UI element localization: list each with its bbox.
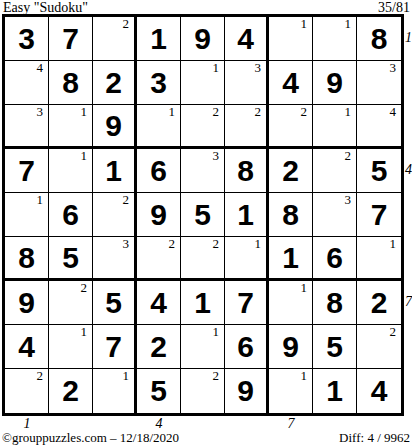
cell-r9c6[interactable]: 9 — [225, 369, 269, 413]
cell-r3c5[interactable]: 2 — [181, 105, 225, 149]
cell-r1c3[interactable]: 2 — [93, 17, 137, 61]
cell-r2c3[interactable]: 2 — [93, 61, 137, 105]
corner-mark: 2 — [213, 105, 220, 119]
corner-mark: 2 — [301, 105, 308, 119]
cell-r4c9[interactable]: 5 — [357, 149, 401, 193]
cell-value: 1 — [137, 17, 180, 60]
sudoku-board: 3721941184823134933191222147116382251629… — [2, 14, 404, 416]
corner-mark: 2 — [390, 325, 397, 339]
corner-mark: 1 — [81, 325, 88, 339]
cell-r4c8[interactable]: 2 — [313, 149, 357, 193]
cell-value: 3 — [137, 61, 180, 104]
cell-r6c3[interactable]: 3 — [93, 237, 137, 281]
row-label-7: 7 — [405, 295, 412, 309]
cell-value: 4 — [269, 61, 312, 104]
cell-value: 5 — [49, 237, 92, 278]
cell-r6c9[interactable]: 1 — [357, 237, 401, 281]
cell-value: 3 — [5, 17, 48, 60]
cell-r8c5[interactable]: 1 — [181, 325, 225, 369]
cell-r5c5[interactable]: 5 — [181, 193, 225, 237]
cell-value: 9 — [269, 325, 312, 368]
cell-r5c2[interactable]: 6 — [49, 193, 93, 237]
cell-r7c4[interactable]: 4 — [137, 281, 181, 325]
cell-value: 8 — [225, 149, 266, 192]
corner-mark: 1 — [345, 105, 352, 119]
cell-r5c7[interactable]: 8 — [269, 193, 313, 237]
corner-mark: 2 — [81, 281, 88, 295]
cell-value: 2 — [269, 149, 312, 192]
col-label-4: 4 — [156, 417, 163, 431]
cell-r7c2[interactable]: 2 — [49, 281, 93, 325]
corner-mark: 2 — [169, 237, 176, 251]
corner-mark: 3 — [123, 237, 130, 251]
corner-mark: 1 — [213, 61, 220, 75]
cell-value: 2 — [49, 369, 92, 413]
cell-value: 4 — [357, 369, 401, 413]
cell-r4c7[interactable]: 2 — [269, 149, 313, 193]
cell-r2c4[interactable]: 3 — [137, 61, 181, 105]
cell-value: 8 — [269, 193, 312, 236]
corner-mark: 3 — [213, 149, 220, 163]
cell-value: 9 — [313, 61, 356, 104]
cell-r7c7[interactable]: 1 — [269, 281, 313, 325]
cell-r6c5[interactable]: 2 — [181, 237, 225, 281]
cell-r6c6[interactable]: 1 — [225, 237, 269, 281]
corner-mark: 2 — [213, 237, 220, 251]
corner-mark: 3 — [345, 193, 352, 207]
cell-r9c1[interactable]: 2 — [5, 369, 49, 413]
cell-value: 8 — [49, 61, 92, 104]
cell-r6c4[interactable]: 2 — [137, 237, 181, 281]
cell-r7c3[interactable]: 5 — [93, 281, 137, 325]
cell-r6c1[interactable]: 8 — [5, 237, 49, 281]
cell-r9c4[interactable]: 5 — [137, 369, 181, 413]
cell-value: 9 — [181, 17, 224, 60]
cell-r2c7[interactable]: 4 — [269, 61, 313, 105]
cell-value: 4 — [5, 325, 48, 368]
cell-r2c6[interactable]: 3 — [225, 61, 269, 105]
corner-mark: 1 — [123, 369, 130, 383]
cell-r8c1[interactable]: 4 — [5, 325, 49, 369]
cell-r2c9[interactable]: 3 — [357, 61, 401, 105]
cell-r7c5[interactable]: 1 — [181, 281, 225, 325]
cell-r8c2[interactable]: 1 — [49, 325, 93, 369]
footer-copyright: ©grouppuzzles.com – 12/18/2020 — [2, 430, 179, 445]
cell-r3c6[interactable]: 2 — [225, 105, 269, 149]
cell-value: 4 — [137, 281, 180, 324]
cell-r9c8[interactable]: 1 — [313, 369, 357, 413]
cell-value: 7 — [49, 17, 92, 60]
cell-r3c4[interactable]: 1 — [137, 105, 181, 149]
cell-r5c6[interactable]: 1 — [225, 193, 269, 237]
cell-value: 9 — [93, 105, 134, 146]
cell-r8c4[interactable]: 2 — [137, 325, 181, 369]
cell-value: 8 — [5, 237, 48, 278]
cell-r4c6[interactable]: 8 — [225, 149, 269, 193]
cell-value: 5 — [313, 325, 356, 368]
cell-r7c6[interactable]: 7 — [225, 281, 269, 325]
cell-value: 7 — [5, 149, 48, 192]
cell-r8c7[interactable]: 9 — [269, 325, 313, 369]
cell-value: 1 — [93, 149, 134, 192]
cell-r4c2[interactable]: 1 — [49, 149, 93, 193]
corner-mark: 4 — [390, 105, 397, 119]
cell-r3c9[interactable]: 4 — [357, 105, 401, 149]
corner-mark: 1 — [37, 193, 44, 207]
cell-r2c1[interactable]: 4 — [5, 61, 49, 105]
cell-value: 5 — [93, 281, 134, 324]
cell-r1c6[interactable]: 4 — [225, 17, 269, 61]
cell-r2c5[interactable]: 1 — [181, 61, 225, 105]
corner-mark: 1 — [345, 17, 352, 31]
cell-r6c8[interactable]: 6 — [313, 237, 357, 281]
cell-r2c2[interactable]: 8 — [49, 61, 93, 105]
cell-value: 4 — [225, 17, 266, 60]
corner-mark: 2 — [255, 105, 262, 119]
cell-value: 7 — [93, 325, 134, 368]
corner-mark: 1 — [255, 237, 262, 251]
cell-r2c8[interactable]: 9 — [313, 61, 357, 105]
cell-value: 1 — [269, 237, 312, 278]
corner-mark: 2 — [213, 369, 220, 383]
cell-r3c8[interactable]: 1 — [313, 105, 357, 149]
cell-r9c9[interactable]: 4 — [357, 369, 401, 413]
cell-value: 8 — [357, 17, 401, 60]
corner-mark: 2 — [123, 17, 130, 31]
cell-r8c3[interactable]: 7 — [93, 325, 137, 369]
cell-r9c5[interactable]: 2 — [181, 369, 225, 413]
cell-r3c2[interactable]: 1 — [49, 105, 93, 149]
cell-r8c6[interactable]: 6 — [225, 325, 269, 369]
cell-r7c1[interactable]: 9 — [5, 281, 49, 325]
cell-r3c1[interactable]: 3 — [5, 105, 49, 149]
corner-mark: 1 — [301, 281, 308, 295]
cell-value: 5 — [181, 193, 224, 236]
cell-r4c4[interactable]: 6 — [137, 149, 181, 193]
cell-r5c4[interactable]: 9 — [137, 193, 181, 237]
cell-r1c8[interactable]: 1 — [313, 17, 357, 61]
corner-mark: 1 — [301, 369, 308, 383]
corner-mark: 1 — [213, 325, 220, 339]
cell-r1c4[interactable]: 1 — [137, 17, 181, 61]
cell-r7c8[interactable]: 8 — [313, 281, 357, 325]
cell-value: 6 — [49, 193, 92, 236]
row-label-4: 4 — [405, 163, 412, 177]
cell-r4c5[interactable]: 3 — [181, 149, 225, 193]
cell-r6c7[interactable]: 1 — [269, 237, 313, 281]
cell-r1c5[interactable]: 9 — [181, 17, 225, 61]
col-label-7: 7 — [288, 417, 295, 431]
cell-value: 1 — [181, 281, 224, 324]
cell-r4c3[interactable]: 1 — [93, 149, 137, 193]
cell-r1c1[interactable]: 3 — [5, 17, 49, 61]
cell-value: 7 — [225, 281, 266, 324]
cell-value: 1 — [313, 369, 356, 413]
cell-r1c2[interactable]: 7 — [49, 17, 93, 61]
cell-r8c9[interactable]: 2 — [357, 325, 401, 369]
corner-mark: 3 — [37, 105, 44, 119]
cell-r3c7[interactable]: 2 — [269, 105, 313, 149]
cell-value: 9 — [5, 281, 48, 324]
corner-mark: 1 — [81, 105, 88, 119]
corner-mark: 1 — [390, 237, 397, 251]
row-label-1: 1 — [405, 31, 412, 45]
cell-value: 7 — [357, 193, 401, 236]
cell-r3c3[interactable]: 9 — [93, 105, 137, 149]
cell-r9c7[interactable]: 1 — [269, 369, 313, 413]
cell-r9c2[interactable]: 2 — [49, 369, 93, 413]
cell-r5c1[interactable]: 1 — [5, 193, 49, 237]
cell-r4c1[interactable]: 7 — [5, 149, 49, 193]
cell-value: 9 — [225, 369, 266, 413]
cell-r1c9[interactable]: 8 — [357, 17, 401, 61]
cell-r6c2[interactable]: 5 — [49, 237, 93, 281]
corner-mark: 2 — [123, 193, 130, 207]
corner-mark: 4 — [37, 61, 44, 75]
cell-value: 8 — [313, 281, 356, 324]
cell-value: 6 — [137, 149, 180, 192]
cell-r7c9[interactable]: 2 — [357, 281, 401, 325]
corner-mark: 1 — [169, 105, 176, 119]
cell-value: 2 — [357, 281, 401, 324]
footer-difficulty: Diff: 4 / 9962 — [339, 430, 410, 445]
corner-mark: 1 — [301, 17, 308, 31]
cell-r5c8[interactable]: 3 — [313, 193, 357, 237]
cell-r9c3[interactable]: 1 — [93, 369, 137, 413]
cell-value: 1 — [225, 193, 266, 236]
cell-value: 2 — [137, 325, 180, 368]
cell-r5c9[interactable]: 7 — [357, 193, 401, 237]
cell-value: 5 — [357, 149, 401, 192]
cell-r1c7[interactable]: 1 — [269, 17, 313, 61]
cell-r8c8[interactable]: 5 — [313, 325, 357, 369]
cell-r5c3[interactable]: 2 — [93, 193, 137, 237]
cell-value: 9 — [137, 193, 180, 236]
cell-value: 6 — [313, 237, 356, 278]
corner-mark: 2 — [37, 369, 44, 383]
cell-value: 5 — [137, 369, 180, 413]
cell-value: 6 — [225, 325, 266, 368]
corner-mark: 2 — [345, 149, 352, 163]
col-label-1: 1 — [24, 417, 31, 431]
corner-mark: 3 — [390, 61, 397, 75]
corner-mark: 3 — [255, 61, 262, 75]
cell-value: 2 — [93, 61, 134, 104]
corner-mark: 1 — [81, 149, 88, 163]
